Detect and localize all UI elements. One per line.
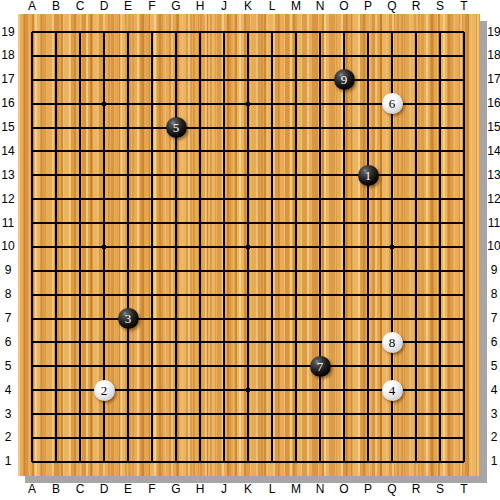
row-label-right-14: 14 — [486, 144, 500, 159]
move-number: 6 — [382, 93, 403, 114]
row-label-left-7: 7 — [0, 311, 16, 326]
goban[interactable]: 123456789 — [18, 14, 480, 476]
col-label-bottom-q: Q — [383, 483, 401, 496]
intersections-grid: 123456789 — [20, 20, 476, 474]
col-label-top-c: C — [71, 0, 89, 13]
col-label-bottom-g: G — [167, 483, 185, 496]
row-label-left-12: 12 — [0, 192, 16, 207]
row-label-right-16: 16 — [486, 96, 500, 111]
stone-white-6-q16[interactable]: 6 — [382, 93, 403, 114]
col-label-top-n: N — [311, 0, 329, 13]
col-label-bottom-t: T — [455, 483, 473, 496]
row-label-right-18: 18 — [486, 48, 500, 63]
col-label-bottom-e: E — [119, 483, 137, 496]
col-label-bottom-k: K — [239, 483, 257, 496]
col-label-bottom-l: L — [263, 483, 281, 496]
col-label-bottom-o: O — [335, 483, 353, 496]
row-label-left-13: 13 — [0, 168, 16, 183]
col-label-top-l: L — [263, 0, 281, 13]
move-number: 2 — [94, 380, 115, 401]
row-label-left-9: 9 — [0, 263, 16, 278]
row-label-right-13: 13 — [486, 168, 500, 183]
stone-black-5-g15[interactable]: 5 — [166, 117, 187, 138]
row-label-left-19: 19 — [0, 25, 16, 40]
col-label-bottom-p: P — [359, 483, 377, 496]
row-label-right-19: 19 — [486, 25, 500, 40]
row-label-right-17: 17 — [486, 72, 500, 87]
row-label-right-9: 9 — [486, 263, 500, 278]
row-label-left-4: 4 — [0, 383, 16, 398]
col-label-top-j: J — [215, 0, 233, 13]
col-label-top-f: F — [143, 0, 161, 13]
row-label-left-15: 15 — [0, 120, 16, 135]
stone-black-9-o17[interactable]: 9 — [334, 69, 355, 90]
row-label-left-8: 8 — [0, 287, 16, 302]
move-number: 3 — [118, 308, 139, 329]
col-label-top-d: D — [95, 0, 113, 13]
col-label-top-t: T — [455, 0, 473, 13]
row-label-right-3: 3 — [486, 407, 500, 422]
row-label-left-2: 2 — [0, 430, 16, 445]
col-label-bottom-m: M — [287, 483, 305, 496]
row-label-right-15: 15 — [486, 120, 500, 135]
col-label-top-b: B — [47, 0, 65, 13]
col-label-bottom-j: J — [215, 483, 233, 496]
col-label-top-k: K — [239, 0, 257, 13]
col-label-bottom-f: F — [143, 483, 161, 496]
stone-black-3-e7[interactable]: 3 — [118, 308, 139, 329]
move-number: 4 — [382, 380, 403, 401]
row-label-right-2: 2 — [486, 430, 500, 445]
row-label-right-11: 11 — [486, 216, 500, 231]
row-label-left-17: 17 — [0, 72, 16, 87]
stone-white-2-d4[interactable]: 2 — [94, 380, 115, 401]
row-label-left-1: 1 — [0, 454, 16, 469]
stone-white-4-q4[interactable]: 4 — [382, 380, 403, 401]
col-label-bottom-c: C — [71, 483, 89, 496]
stone-white-8-q6[interactable]: 8 — [382, 332, 403, 353]
row-label-left-14: 14 — [0, 144, 16, 159]
col-label-bottom-r: R — [407, 483, 425, 496]
stone-black-1-p13[interactable]: 1 — [358, 165, 379, 186]
row-label-right-1: 1 — [486, 454, 500, 469]
col-label-bottom-d: D — [95, 483, 113, 496]
row-label-right-10: 10 — [486, 239, 500, 254]
stone-black-7-n5[interactable]: 7 — [310, 356, 331, 377]
row-label-right-4: 4 — [486, 383, 500, 398]
move-number: 8 — [382, 332, 403, 353]
col-label-top-r: R — [407, 0, 425, 13]
col-label-top-s: S — [431, 0, 449, 13]
row-label-right-8: 8 — [486, 287, 500, 302]
col-label-top-e: E — [119, 0, 137, 13]
move-number: 9 — [334, 69, 355, 90]
col-label-top-q: Q — [383, 0, 401, 13]
row-label-left-16: 16 — [0, 96, 16, 111]
col-label-bottom-h: H — [191, 483, 209, 496]
move-number: 7 — [310, 356, 331, 377]
col-label-bottom-b: B — [47, 483, 65, 496]
row-label-left-5: 5 — [0, 359, 16, 374]
row-label-left-10: 10 — [0, 239, 16, 254]
col-label-top-g: G — [167, 0, 185, 13]
row-label-left-18: 18 — [0, 48, 16, 63]
move-number: 5 — [166, 117, 187, 138]
row-label-right-7: 7 — [486, 311, 500, 326]
row-label-right-6: 6 — [486, 335, 500, 350]
col-label-bottom-n: N — [311, 483, 329, 496]
col-label-top-p: P — [359, 0, 377, 13]
row-label-left-11: 11 — [0, 216, 16, 231]
row-label-right-12: 12 — [486, 192, 500, 207]
move-number: 1 — [358, 165, 379, 186]
go-diagram: 123456789 AABBCCDDEEFFGGHHJJKKLLMMNNOOPP… — [0, 0, 500, 500]
col-label-top-o: O — [335, 0, 353, 13]
row-label-right-5: 5 — [486, 359, 500, 374]
row-label-left-3: 3 — [0, 407, 16, 422]
col-label-bottom-s: S — [431, 483, 449, 496]
col-label-top-h: H — [191, 0, 209, 13]
col-label-bottom-a: A — [23, 483, 41, 496]
col-label-top-a: A — [23, 0, 41, 13]
row-label-left-6: 6 — [0, 335, 16, 350]
col-label-top-m: M — [287, 0, 305, 13]
